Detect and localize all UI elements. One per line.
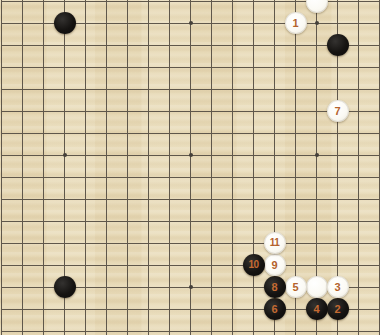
grid-line-horizontal-8 <box>1 133 380 134</box>
grid-line-vertical-17 <box>358 0 359 335</box>
stone-black-Q3-move-4[interactable]: 4 <box>306 298 328 320</box>
stone-black-R3-move-2[interactable]: 2 <box>327 298 349 320</box>
move-number-label: 7 <box>334 100 340 122</box>
move-number-label: 8 <box>271 276 277 298</box>
grid-line-vertical-4 <box>85 0 86 335</box>
grid-line-horizontal-4 <box>1 45 380 46</box>
stone-black-D16[interactable] <box>54 12 76 34</box>
grid-line-vertical-0 <box>1 0 2 335</box>
move-number-label: 5 <box>292 276 298 298</box>
stone-black-O3-move-6[interactable]: 6 <box>264 298 286 320</box>
grid-line-horizontal-10 <box>1 177 380 178</box>
grid-line-horizontal-7 <box>1 111 380 112</box>
grid-line-horizontal-6 <box>1 89 380 90</box>
move-number-label: 2 <box>334 298 340 320</box>
grid-line-horizontal-13 <box>1 243 380 244</box>
go-board[interactable]: 1234567891011 <box>0 0 380 335</box>
stone-white-Q4[interactable] <box>306 276 328 298</box>
stone-white-Q17[interactable] <box>306 0 328 13</box>
stone-white-P4-move-5[interactable]: 5 <box>285 276 307 298</box>
star-point <box>315 153 319 157</box>
move-number-label: 10 <box>248 254 258 276</box>
move-number-label: 11 <box>270 232 280 254</box>
stone-white-R4-move-3[interactable]: 3 <box>327 276 349 298</box>
stone-white-O5-move-9[interactable]: 9 <box>264 254 286 276</box>
grid-line-vertical-5 <box>106 0 107 335</box>
stone-white-R12-move-7[interactable]: 7 <box>327 100 349 122</box>
stone-black-D4[interactable] <box>54 276 76 298</box>
grid-line-vertical-11 <box>232 0 233 335</box>
move-number-label: 3 <box>334 276 340 298</box>
grid-line-horizontal-12 <box>1 221 380 222</box>
grid-line-horizontal-5 <box>1 67 380 68</box>
grid-line-vertical-1 <box>22 0 23 335</box>
grid-line-horizontal-14 <box>1 265 380 266</box>
move-number-label: 9 <box>271 254 277 276</box>
stone-white-O6-move-11[interactable]: 11 <box>264 232 286 254</box>
star-point <box>63 153 67 157</box>
move-number-label: 1 <box>292 12 298 34</box>
stone-black-N5-move-10[interactable]: 10 <box>243 254 265 276</box>
stone-black-O4-move-8[interactable]: 8 <box>264 276 286 298</box>
star-point <box>189 153 193 157</box>
stone-white-P16-move-1[interactable]: 1 <box>285 12 307 34</box>
grid-line-vertical-2 <box>43 0 44 335</box>
move-number-label: 6 <box>271 298 277 320</box>
grid-line-horizontal-17 <box>1 331 380 332</box>
grid-line-vertical-8 <box>169 0 170 335</box>
grid-line-vertical-10 <box>211 0 212 335</box>
star-point <box>189 285 193 289</box>
stone-black-R15[interactable] <box>327 34 349 56</box>
grid-line-vertical-6 <box>127 0 128 335</box>
grid-line-horizontal-11 <box>1 199 380 200</box>
grid-line-vertical-7 <box>148 0 149 335</box>
grid-line-vertical-12 <box>253 0 254 335</box>
move-number-label: 4 <box>313 298 319 320</box>
